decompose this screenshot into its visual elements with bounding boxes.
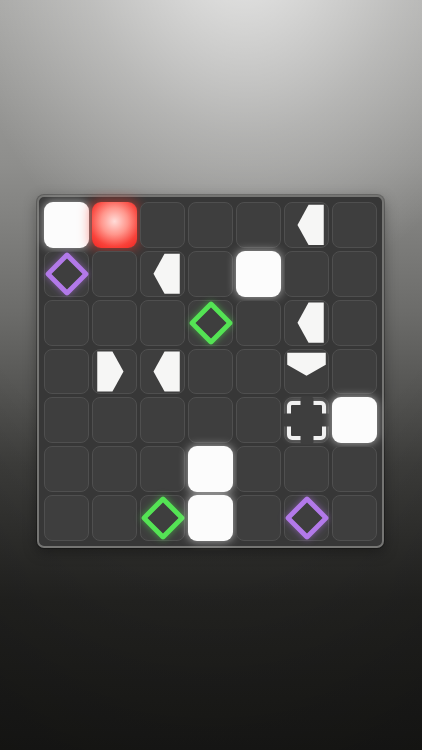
board-grid bbox=[44, 202, 377, 541]
arrow-left-wall bbox=[286, 204, 327, 246]
white-block[interactable] bbox=[188, 495, 233, 541]
cell-r6-c6 bbox=[284, 446, 329, 492]
cell-r4-c4 bbox=[188, 349, 233, 395]
cell-r6-c7 bbox=[332, 446, 377, 492]
arrow-right-wall bbox=[94, 351, 135, 393]
cell-r4-c2 bbox=[92, 349, 137, 395]
cell-r2-c3 bbox=[140, 251, 185, 297]
cell-r5-c4 bbox=[188, 397, 233, 443]
cell-r6-c1 bbox=[44, 446, 89, 492]
cell-r4-c5 bbox=[236, 349, 281, 395]
cell-r5-c7 bbox=[332, 397, 377, 443]
white-block[interactable] bbox=[188, 446, 233, 492]
cell-r2-c1 bbox=[44, 251, 89, 297]
cell-r2-c6 bbox=[284, 251, 329, 297]
puzzle-board bbox=[37, 195, 384, 548]
cell-r5-c6 bbox=[284, 397, 329, 443]
cell-r2-c4 bbox=[188, 251, 233, 297]
cell-r2-c5 bbox=[236, 251, 281, 297]
cell-r4-c3 bbox=[140, 349, 185, 395]
cell-r3-c6 bbox=[284, 300, 329, 346]
cell-r3-c5 bbox=[236, 300, 281, 346]
cell-r7-c7 bbox=[332, 495, 377, 541]
cell-r6-c4 bbox=[188, 446, 233, 492]
cell-r1-c7 bbox=[332, 202, 377, 248]
arrow-left-wall bbox=[286, 302, 327, 344]
arrow-left-wall bbox=[142, 351, 183, 393]
cell-r6-c3 bbox=[140, 446, 185, 492]
cell-r3-c7 bbox=[332, 300, 377, 346]
white-block[interactable] bbox=[332, 397, 377, 443]
cell-r7-c1 bbox=[44, 495, 89, 541]
purple-gem bbox=[44, 251, 89, 296]
cell-r7-c5 bbox=[236, 495, 281, 541]
cell-r3-c2 bbox=[92, 300, 137, 346]
cell-r1-c6 bbox=[284, 202, 329, 248]
cell-r3-c3 bbox=[140, 300, 185, 346]
cell-r6-c2 bbox=[92, 446, 137, 492]
cell-r7-c4 bbox=[188, 495, 233, 541]
cell-r5-c2 bbox=[92, 397, 137, 443]
cell-r6-c5 bbox=[236, 446, 281, 492]
cell-r1-c2 bbox=[92, 202, 137, 248]
cell-r1-c4 bbox=[188, 202, 233, 248]
green-gem bbox=[188, 300, 233, 345]
socket-target bbox=[287, 401, 326, 440]
cell-r3-c1 bbox=[44, 300, 89, 346]
cell-r2-c7 bbox=[332, 251, 377, 297]
cell-r1-c1 bbox=[44, 202, 89, 248]
cell-r4-c7 bbox=[332, 349, 377, 395]
cell-r3-c4 bbox=[188, 300, 233, 346]
red-block[interactable] bbox=[92, 202, 137, 248]
cell-r7-c2 bbox=[92, 495, 137, 541]
cell-r4-c6 bbox=[284, 349, 329, 395]
cell-r2-c2 bbox=[92, 251, 137, 297]
cell-r5-c1 bbox=[44, 397, 89, 443]
arrow-left-wall bbox=[142, 253, 183, 295]
cell-r5-c3 bbox=[140, 397, 185, 443]
cell-r1-c3 bbox=[140, 202, 185, 248]
cell-r1-c5 bbox=[236, 202, 281, 248]
white-block[interactable] bbox=[236, 251, 281, 297]
green-gem bbox=[140, 495, 185, 540]
white-block[interactable] bbox=[44, 202, 89, 248]
cell-r7-c6 bbox=[284, 495, 329, 541]
cell-r5-c5 bbox=[236, 397, 281, 443]
cell-r4-c1 bbox=[44, 349, 89, 395]
arrow-down-wall bbox=[286, 351, 327, 393]
cell-r7-c3 bbox=[140, 495, 185, 541]
purple-gem bbox=[284, 495, 329, 540]
